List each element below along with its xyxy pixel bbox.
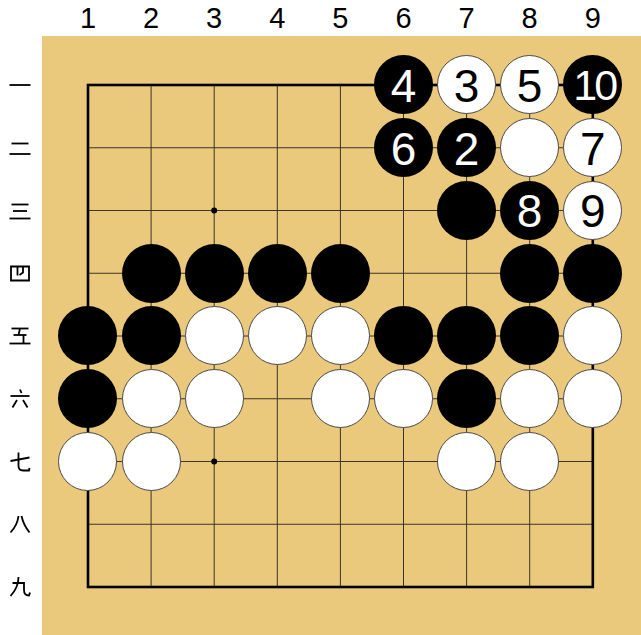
board-point-3-3[interactable] <box>183 179 246 242</box>
row-label <box>8 136 32 160</box>
board-point-5-7[interactable] <box>309 430 372 493</box>
board-point-1-5[interactable] <box>56 305 119 368</box>
board-point-6-2[interactable]: 6 <box>372 116 435 179</box>
row-label <box>8 261 32 285</box>
row-label <box>8 387 32 411</box>
row-label <box>8 324 32 348</box>
white-stone <box>437 432 496 491</box>
white-stone <box>563 306 622 365</box>
row-label <box>8 450 32 474</box>
black-stone <box>563 244 622 303</box>
board-point-5-1[interactable] <box>309 54 372 117</box>
board-point-6-9[interactable] <box>372 556 435 619</box>
board-point-5-9[interactable] <box>309 556 372 619</box>
board-point-9-7[interactable] <box>561 430 624 493</box>
move-number: 10 <box>570 64 615 107</box>
board-point-6-1[interactable]: 4 <box>372 54 435 117</box>
board-point-5-2[interactable] <box>309 116 372 179</box>
board-point-7-9[interactable] <box>435 556 498 619</box>
board-point-4-3[interactable] <box>246 179 309 242</box>
board-point-2-4[interactable] <box>120 242 183 305</box>
board-point-8-2[interactable] <box>498 116 561 179</box>
column-label: 9 <box>585 2 601 34</box>
white-stone: 7 <box>563 118 622 177</box>
board-point-1-2[interactable] <box>56 116 119 179</box>
board-point-4-5[interactable] <box>246 305 309 368</box>
board-point-2-9[interactable] <box>120 556 183 619</box>
board-point-6-6[interactable] <box>372 367 435 430</box>
white-stone: 5 <box>500 55 559 114</box>
board-point-2-7[interactable] <box>120 430 183 493</box>
white-stone: 9 <box>563 181 622 240</box>
black-stone <box>437 306 496 365</box>
board-point-2-8[interactable] <box>120 493 183 556</box>
board-point-2-5[interactable] <box>120 305 183 368</box>
row-label <box>8 512 32 536</box>
white-stone <box>563 369 622 428</box>
board-point-2-6[interactable] <box>120 367 183 430</box>
board-point-6-7[interactable] <box>372 430 435 493</box>
board-point-9-9[interactable] <box>561 556 624 619</box>
board-point-9-5[interactable] <box>561 305 624 368</box>
board-point-8-4[interactable] <box>498 242 561 305</box>
board-point-5-8[interactable] <box>309 493 372 556</box>
go-diagram: 123456789 4351062789 <box>0 0 641 635</box>
board-point-7-6[interactable] <box>435 367 498 430</box>
board-point-4-7[interactable] <box>246 430 309 493</box>
black-stone <box>58 306 117 365</box>
move-number: 9 <box>580 188 606 234</box>
board-point-3-6[interactable] <box>183 367 246 430</box>
board-point-4-6[interactable] <box>246 367 309 430</box>
board-point-9-3[interactable]: 9 <box>561 179 624 242</box>
board-point-1-7[interactable] <box>56 430 119 493</box>
board-point-3-1[interactable] <box>183 54 246 117</box>
board-point-4-9[interactable] <box>246 556 309 619</box>
black-stone <box>500 306 559 365</box>
board-point-6-5[interactable] <box>372 305 435 368</box>
column-label: 2 <box>143 2 159 34</box>
board-point-6-4[interactable] <box>372 242 435 305</box>
board-point-9-8[interactable] <box>561 493 624 556</box>
move-number: 5 <box>517 63 543 109</box>
black-stone: 6 <box>374 118 433 177</box>
move-number: 7 <box>580 126 606 172</box>
board-point-3-7[interactable] <box>183 430 246 493</box>
white-stone <box>122 432 181 491</box>
black-stone <box>58 369 117 428</box>
board-point-8-7[interactable] <box>498 430 561 493</box>
board-point-7-8[interactable] <box>435 493 498 556</box>
black-stone <box>500 244 559 303</box>
row-label <box>8 73 32 97</box>
board-point-3-8[interactable] <box>183 493 246 556</box>
column-label: 6 <box>395 2 411 34</box>
board-point-7-1[interactable]: 3 <box>435 54 498 117</box>
white-stone <box>500 432 559 491</box>
board-point-4-4[interactable] <box>246 242 309 305</box>
go-board: 4351062789 <box>42 36 641 635</box>
white-stone <box>311 369 370 428</box>
black-stone: 8 <box>500 181 559 240</box>
board-point-1-1[interactable] <box>56 54 119 117</box>
black-stone <box>185 244 244 303</box>
black-stone: 4 <box>374 55 433 114</box>
board-point-9-1[interactable]: 10 <box>561 54 624 117</box>
board-point-8-9[interactable] <box>498 556 561 619</box>
black-stone <box>374 306 433 365</box>
white-stone <box>58 432 117 491</box>
board-point-5-4[interactable] <box>309 242 372 305</box>
row-label <box>8 199 32 223</box>
board-point-8-5[interactable] <box>498 305 561 368</box>
board-point-7-4[interactable] <box>435 242 498 305</box>
column-label: 7 <box>459 2 475 34</box>
white-stone <box>248 306 307 365</box>
board-point-7-7[interactable] <box>435 430 498 493</box>
white-stone: 3 <box>437 55 496 114</box>
board-point-5-3[interactable] <box>309 179 372 242</box>
black-stone <box>122 244 181 303</box>
board-point-9-6[interactable] <box>561 367 624 430</box>
row-label <box>8 575 32 599</box>
board-point-6-8[interactable] <box>372 493 435 556</box>
move-number: 4 <box>391 63 417 109</box>
white-stone <box>311 306 370 365</box>
board-point-3-9[interactable] <box>183 556 246 619</box>
board-grid: 4351062789 <box>56 54 624 619</box>
black-stone <box>437 369 496 428</box>
column-label: 8 <box>522 2 538 34</box>
move-number: 3 <box>454 63 480 109</box>
black-stone <box>437 181 496 240</box>
board-point-1-6[interactable] <box>56 367 119 430</box>
black-stone: 2 <box>437 118 496 177</box>
black-stone: 10 <box>563 55 622 114</box>
board-point-1-3[interactable] <box>56 179 119 242</box>
board-point-8-1[interactable]: 5 <box>498 54 561 117</box>
board-point-2-2[interactable] <box>120 116 183 179</box>
board-point-5-5[interactable] <box>309 305 372 368</box>
board-point-3-5[interactable] <box>183 305 246 368</box>
white-stone <box>500 369 559 428</box>
move-number: 6 <box>391 126 417 172</box>
board-point-2-3[interactable] <box>120 179 183 242</box>
white-stone <box>500 118 559 177</box>
board-point-9-4[interactable] <box>561 242 624 305</box>
board-point-7-3[interactable] <box>435 179 498 242</box>
board-point-9-2[interactable]: 7 <box>561 116 624 179</box>
board-point-6-3[interactable] <box>372 179 435 242</box>
move-number: 8 <box>517 188 543 234</box>
board-point-8-6[interactable] <box>498 367 561 430</box>
board-point-8-8[interactable] <box>498 493 561 556</box>
board-point-7-5[interactable] <box>435 305 498 368</box>
black-stone <box>248 244 307 303</box>
board-point-8-3[interactable]: 8 <box>498 179 561 242</box>
white-stone <box>185 306 244 365</box>
column-label: 5 <box>332 2 348 34</box>
board-point-4-8[interactable] <box>246 493 309 556</box>
white-stone <box>122 369 181 428</box>
board-point-4-1[interactable] <box>246 54 309 117</box>
column-label: 1 <box>80 2 96 34</box>
white-stone <box>185 369 244 428</box>
board-point-5-6[interactable] <box>309 367 372 430</box>
board-point-2-1[interactable] <box>120 54 183 117</box>
black-stone <box>122 306 181 365</box>
board-point-4-2[interactable] <box>246 116 309 179</box>
board-point-1-8[interactable] <box>56 493 119 556</box>
board-point-1-9[interactable] <box>56 556 119 619</box>
move-number: 2 <box>454 126 480 172</box>
white-stone <box>374 369 433 428</box>
board-point-7-2[interactable]: 2 <box>435 116 498 179</box>
column-label: 3 <box>206 2 222 34</box>
column-label: 4 <box>269 2 285 34</box>
board-point-3-4[interactable] <box>183 242 246 305</box>
board-point-1-4[interactable] <box>56 242 119 305</box>
black-stone <box>311 244 370 303</box>
board-point-3-2[interactable] <box>183 116 246 179</box>
